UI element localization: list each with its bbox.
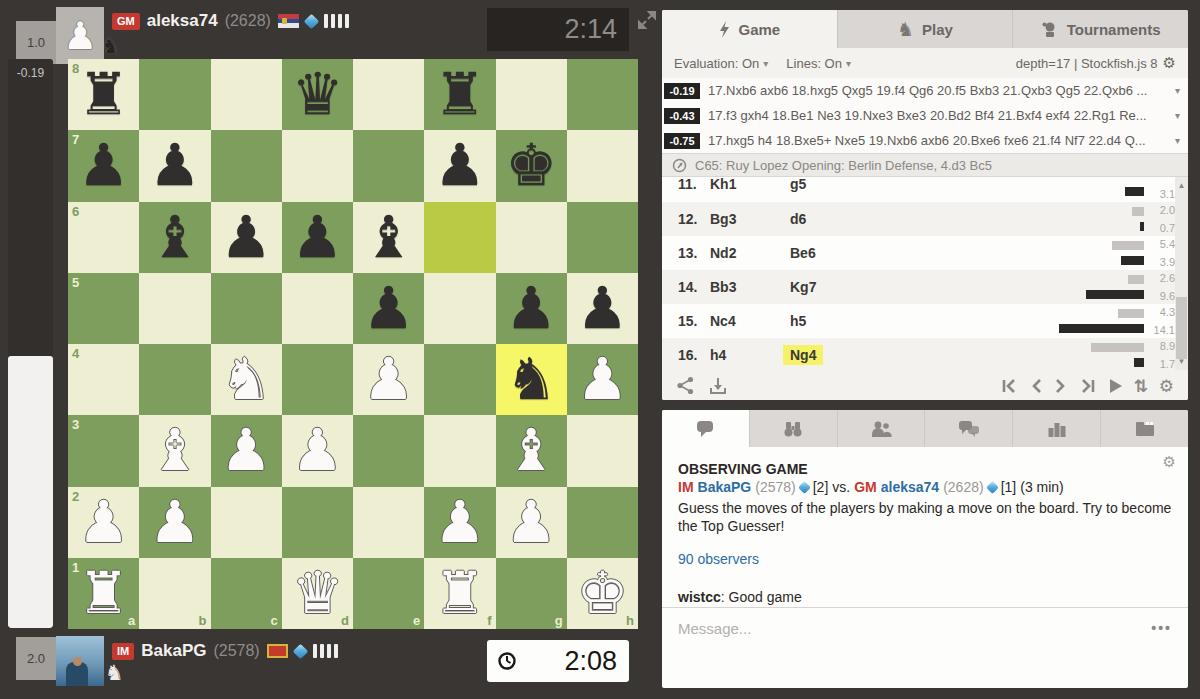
square-b8[interactable] — [139, 59, 210, 130]
move-row-12[interactable]: 12.Bg3d62.00.7 — [662, 202, 1188, 236]
opening-book-icon — [672, 158, 687, 173]
white-rook-f1[interactable]: ♜ — [424, 558, 495, 629]
white-pawn-e4[interactable]: ♟ — [353, 344, 424, 415]
move-number[interactable]: 12. — [678, 211, 697, 227]
white-diamond-count: [2] — [813, 479, 829, 495]
square-g6[interactable] — [496, 202, 567, 273]
black-rating: (2628) — [943, 479, 983, 495]
white-time-value: 5.4 — [1145, 238, 1175, 250]
square-e7[interactable] — [353, 130, 424, 201]
black-time-bar — [1125, 187, 1144, 196]
vs-label: vs. — [832, 479, 850, 495]
bottom-player-rating: (2578) — [213, 642, 259, 660]
move-row-14[interactable]: 14.Bb3Kg72.69.6 — [662, 270, 1188, 304]
tab-play-label: Play — [922, 21, 953, 38]
line-moves: 17.Nxb6 axb6 18.hxg5 Qxg5 19.f4 Qg6 20.f… — [708, 83, 1167, 98]
black-pawn-e5[interactable]: ♟ — [353, 273, 424, 344]
lines-toggle[interactable]: Lines: On — [786, 56, 842, 71]
chat-panel: ⚙ OBSERVING GAME IM BakaPG (2578) [2] vs… — [662, 410, 1188, 688]
white-pawn-b2[interactable]: ♟ — [139, 487, 210, 558]
move-row-15[interactable]: 15.Nc4h54.314.1 — [662, 304, 1188, 338]
line-eval-badge: -0.43 — [664, 108, 700, 124]
guess-piece-box: ♟ — [56, 7, 104, 64]
line-expand-icon[interactable]: ▾ — [1167, 135, 1188, 146]
previous-move-button[interactable] — [1029, 377, 1043, 395]
white-bishop-g3[interactable]: ♝ — [496, 415, 567, 486]
white-knight-c4[interactable]: ♞ — [211, 344, 282, 415]
top-player-rating: (2628) — [225, 12, 271, 30]
line-moves: 17.f3 gxh4 18.Be1 Ne3 19.Nxe3 Bxe3 20.Bd… — [708, 108, 1167, 123]
square-f4[interactable] — [424, 344, 495, 415]
white-time-value: 2.6 — [1145, 272, 1175, 284]
movelist-scrollbar[interactable]: ▲ ▼ — [1175, 177, 1188, 370]
black-pawn-f7[interactable]: ♟ — [424, 130, 495, 201]
square-d2[interactable] — [282, 487, 353, 558]
square-g7[interactable]: ♚ — [496, 130, 567, 201]
square-g3[interactable]: ♝ — [496, 415, 567, 486]
line-expand-icon[interactable]: ▾ — [1167, 85, 1188, 96]
square-g4[interactable]: ♞ — [496, 344, 567, 415]
square-e8[interactable] — [353, 59, 424, 130]
move-row-13[interactable]: 13.Nd2Be65.43.9 — [662, 236, 1188, 270]
analysis-panel: Game ♞ Play Tournaments Evaluation: On▾ … — [662, 10, 1188, 400]
square-a7[interactable]: 7♟ — [68, 130, 139, 201]
white-bishop-b3[interactable]: ♝ — [139, 415, 210, 486]
square-d5[interactable] — [282, 273, 353, 344]
square-h4[interactable]: ♟ — [567, 344, 638, 415]
square-a1[interactable]: 1a♜ — [68, 558, 139, 629]
black-pawn-d6[interactable]: ♟ — [282, 202, 353, 273]
square-b3[interactable]: ♝ — [139, 415, 210, 486]
square-f2[interactable]: ♟ — [424, 487, 495, 558]
message-input[interactable]: Message... — [678, 620, 751, 637]
diamond-member-icon — [304, 13, 320, 29]
white-move[interactable]: Nc4 — [710, 313, 736, 329]
black-move[interactable]: Be6 — [790, 245, 816, 261]
black-time-value: 9.6 — [1145, 290, 1175, 302]
diamond-member-icon — [798, 481, 811, 494]
white-move[interactable]: Kh1 — [710, 177, 736, 192]
black-pawn-a7[interactable]: ♟ — [68, 130, 139, 201]
game-controls: ⇅ ⚙ — [662, 370, 1188, 400]
white-pawn-a2[interactable]: ♟ — [68, 487, 139, 558]
speech-bubble-icon — [695, 419, 715, 438]
black-move[interactable]: h5 — [790, 313, 806, 329]
engine-settings-row: Evaluation: On▾ Lines: On▾ depth=17 | St… — [662, 48, 1188, 78]
black-time-bar — [1140, 222, 1144, 231]
square-b1[interactable]: b — [139, 558, 210, 629]
evaluation-value: -0.19 — [8, 66, 53, 80]
square-h2[interactable] — [567, 487, 638, 558]
square-b4[interactable] — [139, 344, 210, 415]
tab-archive[interactable] — [1100, 410, 1188, 447]
opening-row: C65: Ruy Lopez Opening: Berlin Defense, … — [662, 153, 1188, 177]
black-queen-d8[interactable]: ♛ — [282, 59, 353, 130]
connection-strength-icon — [324, 14, 349, 28]
podium-icon — [1047, 420, 1067, 438]
black-move[interactable]: Kg7 — [790, 279, 816, 295]
white-name-link[interactable]: BakaPG — [698, 479, 752, 495]
chess-board[interactable]: 8♜♛♜7♟♟♟♚6♝♟♟♝5♟♟♟4♞♟♞♟3♝♟♟♝2♟♟♟♟1a♜bcd♛… — [68, 59, 638, 629]
engine-gear-icon[interactable]: ⚙ — [1163, 54, 1176, 72]
chat-message: wistcc: Good game — [678, 589, 1172, 605]
square-c6[interactable]: ♟ — [211, 202, 282, 273]
top-player-name[interactable]: aleksa74 — [147, 11, 218, 31]
black-bishop-b6[interactable]: ♝ — [139, 202, 210, 273]
top-clock: 2:14 — [487, 8, 629, 51]
square-g8[interactable] — [496, 59, 567, 130]
scrollbar-thumb[interactable] — [1176, 297, 1187, 359]
square-d6[interactable]: ♟ — [282, 202, 353, 273]
black-time-value: 1.7 — [1145, 358, 1175, 370]
white-rook-a1[interactable]: ♜ — [68, 558, 139, 629]
tab-rankings[interactable] — [1012, 410, 1100, 447]
gm-title-badge: GM — [112, 13, 140, 30]
line-expand-icon[interactable]: ▾ — [1167, 110, 1188, 121]
montenegro-flag-icon — [267, 644, 288, 658]
square-g5[interactable]: ♟ — [496, 273, 567, 344]
white-queen-d1[interactable]: ♛ — [282, 558, 353, 629]
black-diamond-count: [1] — [1001, 479, 1017, 495]
move-number[interactable]: 15. — [678, 313, 697, 329]
black-king-g7[interactable]: ♚ — [496, 130, 567, 201]
square-d7[interactable] — [282, 130, 353, 201]
move-row-16[interactable]: 16.h4Ng48.91.7 — [662, 338, 1188, 372]
square-h3[interactable] — [567, 415, 638, 486]
white-time-value: 2.0 — [1145, 204, 1175, 216]
square-h8[interactable] — [567, 59, 638, 130]
line-eval-badge: -0.75 — [664, 133, 700, 149]
engine-info: depth=17 | Stockfish.js 8 — [1016, 56, 1158, 71]
engine-lines: -0.1917.Nxb6 axb6 18.hxg5 Qxg5 19.f4 Qg6… — [662, 78, 1188, 153]
square-b6[interactable]: ♝ — [139, 202, 210, 273]
tab-game[interactable]: Game — [662, 10, 837, 48]
black-time-bar — [1134, 358, 1144, 367]
black-pawn-g5[interactable]: ♟ — [496, 273, 567, 344]
black-move-current[interactable]: Ng4 — [783, 345, 823, 365]
square-a4[interactable]: 4 — [68, 344, 139, 415]
bottom-player-row: IM BakaPG (2578) — [112, 639, 338, 663]
tab-observers[interactable] — [749, 410, 837, 447]
white-pawn-d3[interactable]: ♟ — [282, 415, 353, 486]
share-button[interactable] — [676, 376, 695, 395]
captured-knight-top-icon: ♞ — [101, 36, 120, 57]
square-e2[interactable] — [353, 487, 424, 558]
line-eval-badge: -0.19 — [664, 83, 700, 99]
white-time-bar — [1132, 207, 1144, 216]
diamond-member-icon — [292, 643, 308, 659]
evaluation-bar-white — [8, 356, 53, 628]
black-time-value: 3.9 — [1145, 256, 1175, 268]
clock-icon — [497, 651, 517, 671]
square-h5[interactable]: ♟ — [567, 273, 638, 344]
black-time-bar — [1086, 290, 1144, 299]
tab-tournaments[interactable]: Tournaments — [1012, 10, 1188, 48]
white-time-bar — [1091, 343, 1144, 352]
white-move[interactable]: h4 — [710, 347, 726, 363]
black-name-link[interactable]: aleksa74 — [881, 479, 939, 495]
black-pawn-h5[interactable]: ♟ — [567, 273, 638, 344]
move-number[interactable]: 11. — [678, 177, 697, 192]
square-h1[interactable]: h♚ — [567, 558, 638, 629]
square-a2[interactable]: 2♟ — [68, 487, 139, 558]
white-pawn-h4[interactable]: ♟ — [567, 344, 638, 415]
square-d1[interactable]: d♛ — [282, 558, 353, 629]
binoculars-icon — [782, 420, 804, 438]
evaluation-bar — [8, 59, 53, 628]
medal-icon — [1041, 21, 1059, 38]
serbia-flag-icon — [278, 14, 299, 28]
im-title-badge: IM — [112, 643, 134, 660]
black-title: GM — [854, 479, 877, 495]
chat-input-row: Message... ••• — [662, 607, 1188, 648]
black-move[interactable]: g5 — [790, 177, 806, 192]
bottom-player-avatar[interactable] — [56, 636, 104, 686]
black-time-bar — [1059, 324, 1144, 333]
expand-board-icon[interactable] — [636, 9, 658, 31]
move-row-11[interactable]: 11.Kh1g53.1 — [662, 177, 1188, 202]
chat-message-text: : Good game — [721, 589, 802, 605]
square-d3[interactable]: ♟ — [282, 415, 353, 486]
white-pawn-icon: ♟ — [63, 14, 97, 58]
captured-knight-bottom-icon: ♞ — [105, 663, 124, 684]
file-label-b: b — [199, 613, 207, 628]
square-f6[interactable] — [424, 202, 495, 273]
opening-name: C65: Ruy Lopez Opening: Berlin Defense, … — [695, 158, 992, 173]
last-move-button[interactable] — [1079, 377, 1097, 395]
black-time-bar — [1121, 256, 1144, 265]
file-label-c: c — [271, 613, 278, 628]
white-title: IM — [678, 479, 694, 495]
knight-icon: ♞ — [897, 18, 914, 40]
top-player-row: GM aleksa74 (2628) — [112, 9, 349, 33]
chat-settings-gear-icon[interactable]: ⚙ — [1163, 453, 1176, 471]
bottom-guess-score: 2.0 — [16, 637, 56, 680]
tab-chats[interactable] — [924, 410, 1012, 447]
tab-game-label: Game — [738, 21, 780, 38]
move-number[interactable]: 16. — [678, 347, 697, 363]
rank-label-4: 4 — [72, 346, 79, 361]
move-list: 11.Kh1g53.112.Bg3d62.00.713.Nd2Be65.43.9… — [662, 177, 1188, 370]
observers-link[interactable]: 90 observers — [678, 551, 1172, 567]
observing-game-heading: OBSERVING GAME — [678, 461, 1172, 477]
scroll-down-icon[interactable]: ▼ — [1175, 357, 1188, 366]
square-c5[interactable] — [211, 273, 282, 344]
black-knight-g4[interactable]: ♞ — [496, 344, 567, 415]
next-move-button[interactable] — [1054, 377, 1068, 395]
square-f8[interactable]: ♜ — [424, 59, 495, 130]
top-guess-score: 1.0 — [16, 21, 56, 64]
square-f5[interactable] — [424, 273, 495, 344]
white-time-bar — [1118, 309, 1144, 318]
tab-play[interactable]: ♞ Play — [837, 10, 1013, 48]
square-g1[interactable]: g — [496, 558, 567, 629]
square-c4[interactable]: ♞ — [211, 344, 282, 415]
square-e1[interactable]: e — [353, 558, 424, 629]
first-move-button[interactable] — [1000, 377, 1018, 395]
white-rating: (2578) — [755, 479, 795, 495]
autoplay-button[interactable] — [1108, 377, 1123, 395]
black-time-value: 14.1 — [1145, 324, 1175, 336]
square-d4[interactable] — [282, 344, 353, 415]
white-time-bar — [1128, 275, 1144, 284]
square-a8[interactable]: 8♜ — [68, 59, 139, 130]
square-a6[interactable]: 6 — [68, 202, 139, 273]
square-d8[interactable]: ♛ — [282, 59, 353, 130]
square-b7[interactable]: ♟ — [139, 130, 210, 201]
square-h7[interactable] — [567, 130, 638, 201]
white-pawn-f2[interactable]: ♟ — [424, 487, 495, 558]
diamond-member-icon — [986, 481, 999, 494]
white-king-h1[interactable]: ♚ — [567, 558, 638, 629]
square-e6[interactable]: ♝ — [353, 202, 424, 273]
download-button[interactable] — [709, 377, 727, 395]
black-rook-a8[interactable]: ♜ — [68, 59, 139, 130]
white-move[interactable]: Bb3 — [710, 279, 736, 295]
black-move[interactable]: d6 — [790, 211, 806, 227]
square-e5[interactable]: ♟ — [353, 273, 424, 344]
rank-label-5: 5 — [72, 275, 79, 290]
time-control: (3 min) — [1020, 479, 1064, 495]
game-players-line: IM BakaPG (2578) [2] vs. GM aleksa74 (26… — [678, 479, 1172, 495]
rank-label-3: 3 — [72, 417, 79, 432]
engine-line-3[interactable]: -0.7517.hxg5 h4 18.Bxe5+ Nxe5 19.Nxb6 ax… — [662, 128, 1188, 153]
square-f1[interactable]: f♜ — [424, 558, 495, 629]
chat-body: ⚙ OBSERVING GAME IM BakaPG (2578) [2] vs… — [662, 447, 1188, 648]
square-a5[interactable]: 5 — [68, 273, 139, 344]
black-rook-f8[interactable]: ♜ — [424, 59, 495, 130]
white-time-value: 8.9 — [1145, 340, 1175, 352]
rank-label-6: 6 — [72, 204, 79, 219]
people-icon — [870, 420, 892, 438]
tab-chat[interactable] — [662, 410, 749, 447]
file-label-g: g — [555, 613, 563, 628]
guess-instructions: Guess the moves of the players by making… — [678, 499, 1176, 535]
move-number[interactable]: 13. — [678, 245, 697, 261]
square-f3[interactable] — [424, 415, 495, 486]
chat-tabbar — [662, 410, 1188, 447]
square-h6[interactable] — [567, 202, 638, 273]
black-pawn-c6[interactable]: ♟ — [211, 202, 282, 273]
bottom-player-name[interactable]: BakaPG — [141, 641, 206, 661]
bottom-clock: 2:08 — [487, 640, 629, 682]
chat-message-user[interactable]: wistcc — [678, 589, 721, 605]
square-f7[interactable]: ♟ — [424, 130, 495, 201]
white-move[interactable]: Nd2 — [710, 245, 736, 261]
tab-tournaments-label: Tournaments — [1067, 21, 1161, 38]
chat-more-button[interactable]: ••• — [1151, 620, 1172, 636]
square-c3[interactable]: ♟ — [211, 415, 282, 486]
main-tabbar: Game ♞ Play Tournaments — [662, 10, 1188, 48]
square-a3[interactable]: 3 — [68, 415, 139, 486]
black-pawn-b7[interactable]: ♟ — [139, 130, 210, 201]
square-c8[interactable] — [211, 59, 282, 130]
file-label-e: e — [413, 613, 420, 628]
flip-board-button[interactable]: ⇅ — [1134, 376, 1148, 396]
square-b2[interactable]: ♟ — [139, 487, 210, 558]
bottom-clock-time: 2:08 — [564, 646, 617, 677]
engine-line-1[interactable]: -0.1917.Nxb6 axb6 18.hxg5 Qxg5 19.f4 Qg6… — [662, 78, 1188, 103]
square-e4[interactable]: ♟ — [353, 344, 424, 415]
white-pawn-c3[interactable]: ♟ — [211, 415, 282, 486]
connection-strength-icon — [313, 644, 338, 658]
move-number[interactable]: 14. — [678, 279, 697, 295]
white-move[interactable]: Bg3 — [710, 211, 736, 227]
line-moves: 17.hxg5 h4 18.Bxe5+ Nxe5 19.Nxb6 axb6 20… — [708, 133, 1167, 148]
white-pawn-g2[interactable]: ♟ — [496, 487, 567, 558]
black-bishop-e6[interactable]: ♝ — [353, 202, 424, 273]
black-time-value: 3.1 — [1145, 188, 1175, 200]
square-b5[interactable] — [139, 273, 210, 344]
square-c2[interactable] — [211, 487, 282, 558]
folder-pieces-icon — [1134, 420, 1156, 438]
black-time-value: 0.7 — [1145, 222, 1175, 234]
evaluation-toggle[interactable]: Evaluation: On — [674, 56, 759, 71]
white-time-bar — [1112, 241, 1144, 250]
settings-gear-icon[interactable]: ⚙ — [1159, 376, 1174, 396]
engine-line-2[interactable]: -0.4317.f3 gxh4 18.Be1 Ne3 19.Nxe3 Bxe3 … — [662, 103, 1188, 128]
chat-bubbles-icon — [958, 420, 980, 438]
square-e3[interactable] — [353, 415, 424, 486]
scroll-up-icon[interactable]: ▲ — [1175, 181, 1188, 190]
white-time-value: 4.3 — [1145, 306, 1175, 318]
square-c1[interactable]: c — [211, 558, 282, 629]
lightning-icon — [718, 21, 730, 38]
square-g2[interactable]: ♟ — [496, 487, 567, 558]
tab-friends[interactable] — [837, 410, 925, 447]
square-c7[interactable] — [211, 130, 282, 201]
